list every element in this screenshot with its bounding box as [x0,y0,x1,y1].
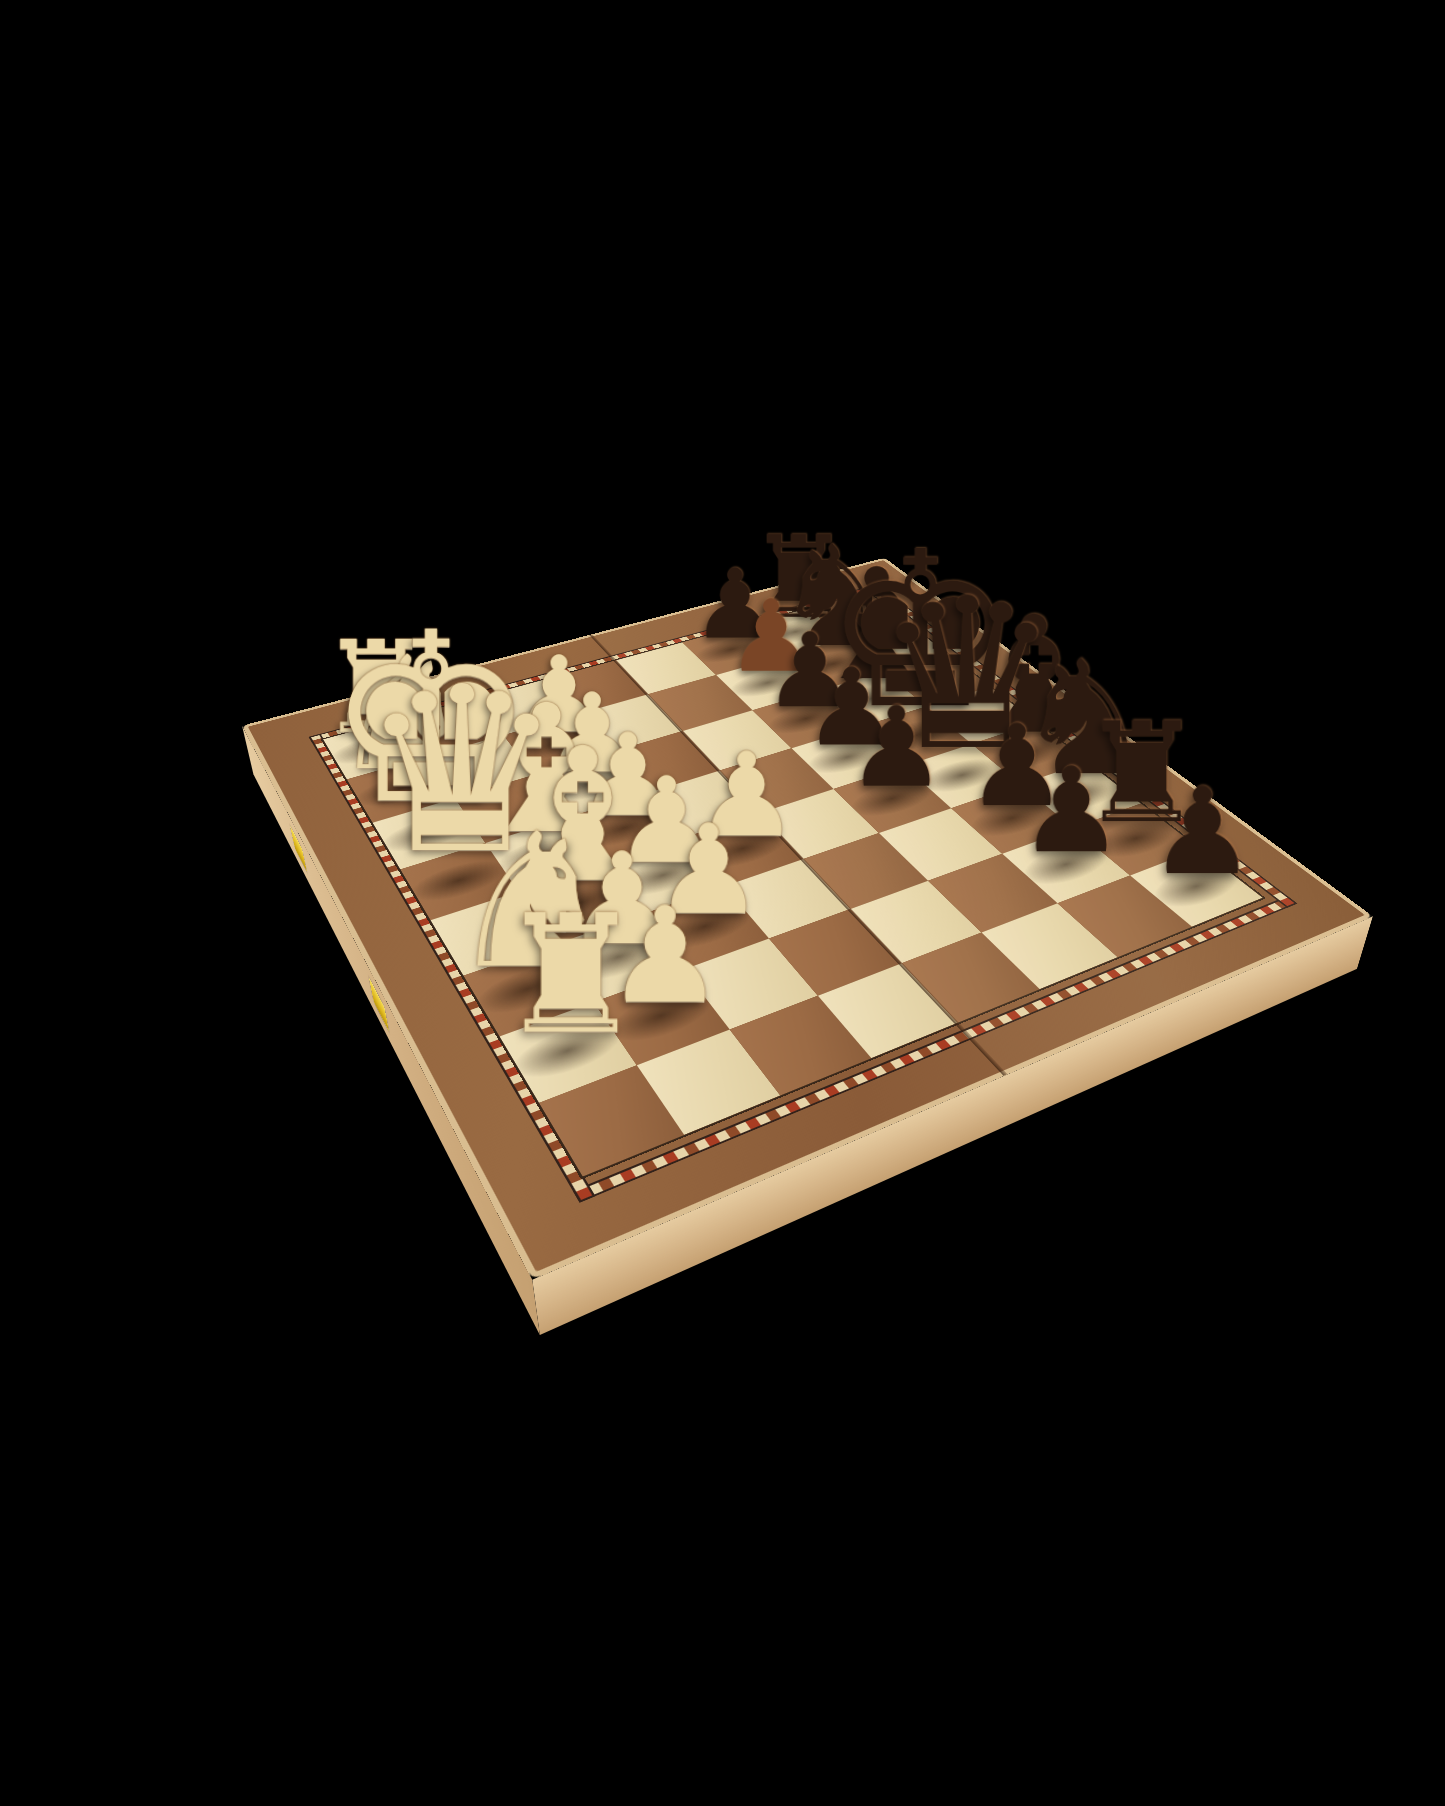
product-photo: ♜♟♜♞♟♟♞♚♟♟♝♛♝♟♟♚♝♟♟♟♛♝♞♟♟♟♞♜♟♟♜♟ [0,0,1445,1806]
black-pawn[interactable]: ♟ [1063,771,1341,891]
white-rook-glyph: ♜ [497,879,644,1070]
black-pawn-glyph: ♟ [1149,762,1257,901]
white-rook[interactable]: ♜ [413,893,730,1057]
board-scene: ♜♟♜♞♟♟♞♚♟♟♝♛♝♟♟♚♝♟♟♟♛♝♞♟♟♟♞♜♟♟♜♟ [242,558,1373,1280]
